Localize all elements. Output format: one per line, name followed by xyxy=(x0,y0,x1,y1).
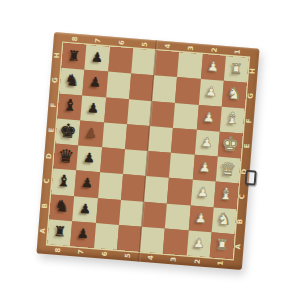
board-square-h6[interactable] xyxy=(108,47,133,74)
board-square-f3[interactable] xyxy=(173,103,198,130)
board-square-e5[interactable] xyxy=(125,124,150,151)
board-square-a3[interactable] xyxy=(163,228,188,255)
board-square-c1[interactable]: ♝ xyxy=(213,182,238,209)
black-king-e8[interactable]: ♚ xyxy=(59,121,78,141)
board-square-c7[interactable]: ♟ xyxy=(74,171,99,198)
white-pawn-b2[interactable]: ♟ xyxy=(195,211,208,225)
white-pawn-g2[interactable]: ♟ xyxy=(205,85,218,99)
chess-board: 87654321 87654321 HGFEDCBA HGFEDCBA ♜♟♟♜… xyxy=(36,32,259,270)
board-square-f4[interactable] xyxy=(150,101,175,128)
board-square-e2[interactable]: ♟ xyxy=(194,130,219,157)
clasp-icon xyxy=(245,170,257,186)
white-pawn-f2[interactable]: ♟ xyxy=(203,110,216,124)
board-square-g2[interactable]: ♟ xyxy=(198,79,223,106)
board-square-f1[interactable]: ♝ xyxy=(220,106,245,133)
board-square-c4[interactable] xyxy=(144,176,169,203)
coordinate-label: 1 xyxy=(209,257,233,269)
board-square-e7[interactable]: ♟ xyxy=(78,120,103,147)
board-square-g5[interactable] xyxy=(129,74,154,101)
black-pawn-g7[interactable]: ♟ xyxy=(89,75,102,89)
black-pawn-d7[interactable]: ♟ xyxy=(83,151,96,165)
board-square-g8[interactable]: ♞ xyxy=(59,68,84,95)
coordinate-label: 2 xyxy=(185,255,209,267)
black-pawn-c7[interactable]: ♟ xyxy=(81,176,94,190)
coordinate-label: C xyxy=(237,184,249,210)
board-square-b7[interactable]: ♟ xyxy=(72,196,97,223)
board-square-b3[interactable] xyxy=(165,203,190,230)
board-square-f6[interactable] xyxy=(104,97,129,124)
board-square-e8[interactable]: ♚ xyxy=(55,118,80,145)
coordinate-label: G xyxy=(245,83,257,109)
board-square-e3[interactable] xyxy=(171,128,196,155)
board-square-a7[interactable]: ♟ xyxy=(70,221,95,248)
black-pawn-b7[interactable]: ♟ xyxy=(79,201,92,215)
coordinate-label: A xyxy=(233,234,245,260)
board-square-h1[interactable]: ♜ xyxy=(224,56,249,83)
board-square-d7[interactable]: ♟ xyxy=(76,145,101,172)
black-pawn-h7[interactable]: ♟ xyxy=(91,50,104,64)
board-square-a5[interactable] xyxy=(117,225,142,252)
coordinate-label: 6 xyxy=(93,248,117,260)
coordinate-label: E xyxy=(241,133,253,159)
board-square-d8[interactable]: ♛ xyxy=(53,144,78,171)
black-pawn-f7[interactable]: ♟ xyxy=(87,101,100,115)
board-square-f2[interactable]: ♟ xyxy=(196,104,221,131)
coordinate-label: B xyxy=(235,209,247,235)
board-square-b4[interactable] xyxy=(142,201,167,228)
board-square-h7[interactable]: ♟ xyxy=(85,45,110,72)
coordinate-label: 8 xyxy=(46,244,70,256)
coordinate-label: F xyxy=(243,108,255,134)
board-square-g3[interactable] xyxy=(175,77,200,104)
board-square-b6[interactable] xyxy=(96,198,121,225)
board-square-h4[interactable] xyxy=(154,50,179,77)
board-square-b5[interactable] xyxy=(119,199,144,226)
white-knight-g1[interactable]: ♞ xyxy=(226,85,242,102)
white-pawn-d2[interactable]: ♟ xyxy=(199,160,212,174)
coordinate-label: H xyxy=(247,58,259,84)
black-knight-b8[interactable]: ♞ xyxy=(54,198,70,215)
black-bishop-f8[interactable]: ♝ xyxy=(62,97,78,114)
coordinate-label: 3 xyxy=(162,254,186,266)
black-bishop-c8[interactable]: ♝ xyxy=(56,173,72,190)
board-square-b2[interactable]: ♟ xyxy=(188,205,213,232)
board-square-b1[interactable]: ♞ xyxy=(211,207,236,234)
board-square-c5[interactable] xyxy=(121,174,146,201)
board-square-g4[interactable] xyxy=(152,75,177,102)
board-square-h8[interactable]: ♜ xyxy=(61,43,86,70)
product-photo-background: 87654321 87654321 HGFEDCBA HGFEDCBA ♜♟♟♜… xyxy=(0,0,300,300)
board-square-h2[interactable]: ♟ xyxy=(200,54,225,81)
white-pawn-h2[interactable]: ♟ xyxy=(207,60,220,74)
coordinate-label: 5 xyxy=(116,250,140,262)
board-square-b8[interactable]: ♞ xyxy=(49,194,74,221)
white-knight-b1[interactable]: ♞ xyxy=(216,211,232,228)
board-square-c8[interactable]: ♝ xyxy=(51,169,76,196)
black-queen-d8[interactable]: ♛ xyxy=(57,146,75,165)
board-square-a2[interactable]: ♟ xyxy=(186,230,211,257)
board-square-e1[interactable]: ♚ xyxy=(218,131,243,158)
coordinate-label: 7 xyxy=(70,246,94,258)
black-rook-h8[interactable]: ♜ xyxy=(67,48,81,63)
board-square-a6[interactable] xyxy=(94,223,119,250)
board-square-d6[interactable] xyxy=(100,147,125,174)
black-knight-g8[interactable]: ♞ xyxy=(64,72,80,89)
white-king-e1[interactable]: ♚ xyxy=(221,134,240,154)
board-square-g6[interactable] xyxy=(106,72,131,99)
board-square-g7[interactable]: ♟ xyxy=(83,70,108,97)
white-pawn-a2[interactable]: ♟ xyxy=(193,236,206,250)
board-square-d4[interactable] xyxy=(146,151,171,178)
white-rook-a1[interactable]: ♜ xyxy=(215,237,229,252)
board-square-h3[interactable] xyxy=(177,52,202,79)
white-bishop-c1[interactable]: ♝ xyxy=(218,186,234,203)
black-rook-a8[interactable]: ♜ xyxy=(53,224,67,239)
coordinate-label: 4 xyxy=(139,252,163,264)
white-rook-h1[interactable]: ♜ xyxy=(229,61,243,76)
board-square-d3[interactable] xyxy=(169,153,194,180)
board-square-c6[interactable] xyxy=(98,172,123,199)
white-queen-d1[interactable]: ♛ xyxy=(219,159,237,178)
black-pawn-e7[interactable]: ♟ xyxy=(85,126,98,140)
board-square-f7[interactable]: ♟ xyxy=(80,95,105,122)
board-square-c2[interactable]: ♟ xyxy=(190,180,215,207)
black-pawn-a7[interactable]: ♟ xyxy=(77,226,90,240)
board-square-d1[interactable]: ♛ xyxy=(216,157,241,184)
board-square-c3[interactable] xyxy=(167,178,192,205)
white-pawn-c2[interactable]: ♟ xyxy=(197,185,210,199)
white-bishop-f1[interactable]: ♝ xyxy=(224,110,240,127)
board-square-a8[interactable]: ♜ xyxy=(47,219,72,246)
board-square-f5[interactable] xyxy=(127,99,152,126)
board-square-g1[interactable]: ♞ xyxy=(222,81,247,108)
board-square-a4[interactable] xyxy=(140,227,165,254)
board-square-f8[interactable]: ♝ xyxy=(57,93,82,120)
board-square-a1[interactable]: ♜ xyxy=(209,232,234,259)
board-square-e4[interactable] xyxy=(148,126,173,153)
board-square-d2[interactable]: ♟ xyxy=(192,155,217,182)
board-square-e6[interactable] xyxy=(102,122,127,149)
white-pawn-e2[interactable]: ♟ xyxy=(201,135,214,149)
board-square-h5[interactable] xyxy=(131,48,156,75)
